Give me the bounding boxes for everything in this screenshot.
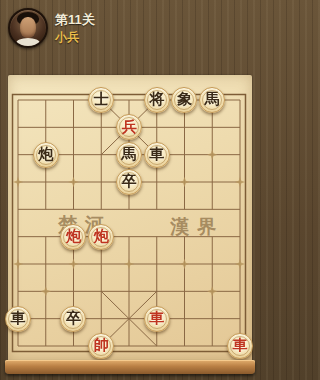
level-label: 第11关 xyxy=(55,13,95,26)
piece-black-elephant[interactable]: 象 xyxy=(171,86,199,113)
piece-black-cannon[interactable]: 炮 xyxy=(32,141,60,168)
xiangqi-board[interactable]: 楚河 漢界 士将象馬兵炮馬車卒炮炮車卒車帥車 xyxy=(8,75,252,360)
board-edge xyxy=(5,360,255,374)
piece-black-chariot[interactable]: 車 xyxy=(143,141,171,168)
piece-red-chariot[interactable]: 車 xyxy=(226,332,254,359)
header-text: 第11关 小兵 xyxy=(55,13,95,43)
piece-black-horse[interactable]: 馬 xyxy=(198,86,226,113)
piece-red-chariot[interactable]: 車 xyxy=(143,305,171,332)
piece-red-cannon[interactable]: 炮 xyxy=(87,223,115,250)
piece-red-soldier[interactable]: 兵 xyxy=(115,114,143,141)
piece-black-advisor[interactable]: 士 xyxy=(87,86,115,113)
avatar-collar xyxy=(16,38,40,48)
piece-black-soldier[interactable]: 卒 xyxy=(60,305,88,332)
level-name-label: 小兵 xyxy=(55,31,95,43)
piece-black-chariot[interactable]: 車 xyxy=(4,305,32,332)
piece-black-soldier[interactable]: 卒 xyxy=(115,168,143,195)
piece-red-cannon[interactable]: 炮 xyxy=(60,223,88,250)
player-avatar[interactable] xyxy=(8,8,48,48)
pieces-layer: 士将象馬兵炮馬車卒炮炮車卒車帥車 xyxy=(4,86,254,359)
piece-black-general[interactable]: 将 xyxy=(143,86,171,113)
piece-black-horse[interactable]: 馬 xyxy=(115,141,143,168)
header: 第11关 小兵 xyxy=(0,0,260,62)
piece-red-general[interactable]: 帥 xyxy=(87,332,115,359)
avatar-face xyxy=(20,17,36,38)
